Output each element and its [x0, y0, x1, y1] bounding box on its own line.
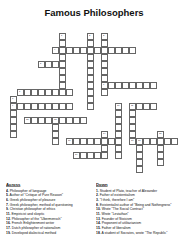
- grid-cell[interactable]: [87, 82, 94, 89]
- grid-cell[interactable]: [136, 145, 143, 152]
- grid-cell[interactable]: 19: [73, 152, 80, 159]
- grid-cell[interactable]: [150, 82, 157, 89]
- grid-cell[interactable]: [52, 61, 59, 68]
- grid-cell[interactable]: [115, 117, 122, 124]
- grid-cell[interactable]: [59, 75, 66, 82]
- clue-number: 12: [26, 118, 28, 120]
- grid-cell[interactable]: [31, 103, 38, 110]
- across-heading: Across: [6, 182, 94, 187]
- clue-number: 8: [12, 97, 13, 99]
- grid-cell[interactable]: [59, 47, 66, 54]
- clue-number: 1: [61, 34, 62, 36]
- grid-cell[interactable]: 2: [87, 33, 94, 40]
- grid-cell[interactable]: [157, 159, 164, 166]
- grid-cell[interactable]: 1: [59, 33, 66, 40]
- grid-cell[interactable]: [108, 82, 115, 89]
- grid-cell[interactable]: [101, 145, 108, 152]
- grid-cell[interactable]: [94, 152, 101, 159]
- grid-cell[interactable]: [52, 131, 59, 138]
- grid-cell[interactable]: [101, 54, 108, 61]
- grid-cell[interactable]: 14: [101, 131, 108, 138]
- grid-cell[interactable]: [101, 47, 108, 54]
- clue-number: 2: [89, 34, 90, 36]
- grid-cell[interactable]: 5: [38, 61, 45, 68]
- clue-number: 17: [131, 139, 133, 141]
- grid-cell[interactable]: 8: [10, 96, 17, 103]
- grid-cell[interactable]: [45, 61, 52, 68]
- grid-cell[interactable]: [136, 82, 143, 89]
- grid-cell[interactable]: [101, 152, 108, 159]
- grid-cell[interactable]: [129, 124, 136, 131]
- grid-cell[interactable]: [31, 89, 38, 96]
- grid-cell[interactable]: [87, 89, 94, 96]
- grid-cell[interactable]: [101, 138, 108, 145]
- grid-cell[interactable]: [52, 138, 59, 145]
- grid-cell[interactable]: [87, 54, 94, 61]
- grid-cell[interactable]: [59, 61, 66, 68]
- grid-cell[interactable]: [122, 47, 129, 54]
- grid-cell[interactable]: [129, 110, 136, 117]
- grid-cell[interactable]: 17: [129, 138, 136, 145]
- across-clue-list: 4. Philosopher of language5. Author of "…: [6, 188, 94, 234]
- grid-cell[interactable]: 15: [157, 131, 164, 138]
- grid-cell[interactable]: 6: [101, 82, 108, 89]
- grid-cell[interactable]: 9: [10, 103, 17, 110]
- clue-number: 6: [103, 83, 104, 85]
- grid-cell[interactable]: [87, 138, 94, 145]
- grid-cell[interactable]: [66, 89, 73, 96]
- grid-cell[interactable]: [17, 103, 24, 110]
- grid-cell[interactable]: 11: [129, 103, 136, 110]
- grid-cell[interactable]: [73, 47, 80, 54]
- clue-number: 4: [54, 48, 55, 50]
- clue-number: 9: [12, 104, 13, 106]
- grid-cell[interactable]: [31, 117, 38, 124]
- down-heading: Down: [96, 182, 184, 187]
- grid-cell[interactable]: [87, 68, 94, 75]
- grid-cell[interactable]: [38, 117, 45, 124]
- clue-number: 19: [75, 153, 77, 155]
- grid-cell[interactable]: [87, 96, 94, 103]
- clue-item: 19. Developed dialectical method: [6, 230, 94, 235]
- grid-cell[interactable]: [115, 110, 122, 117]
- grid-cell[interactable]: [150, 103, 157, 110]
- grid-cell[interactable]: [143, 138, 150, 145]
- grid-cell[interactable]: [101, 75, 108, 82]
- grid-cell[interactable]: [80, 117, 87, 124]
- grid-cell[interactable]: [10, 117, 17, 124]
- grid-cell[interactable]: [108, 138, 115, 145]
- grid-cell[interactable]: [94, 47, 101, 54]
- grid-cell[interactable]: [59, 54, 66, 61]
- clue-number: 16: [68, 139, 70, 141]
- grid-cell[interactable]: [59, 40, 66, 47]
- grid-cell[interactable]: [87, 40, 94, 47]
- clue-number: 11: [131, 104, 133, 106]
- grid-cell[interactable]: [87, 103, 94, 110]
- grid-cell[interactable]: 7: [17, 89, 24, 96]
- grid-cell[interactable]: [94, 138, 101, 145]
- grid-cell[interactable]: [136, 166, 143, 173]
- down-clues: Down 1. Student of Plato, teacher of Ale…: [96, 182, 184, 234]
- grid-cell[interactable]: [59, 68, 66, 75]
- crossword-grid[interactable]: 12345678910111213141516171819: [10, 33, 178, 173]
- clue-item: 18. A student of Socrates, wrote "The Re…: [96, 230, 184, 235]
- grid-cell[interactable]: [164, 138, 171, 145]
- grid-cell[interactable]: 3: [101, 33, 108, 40]
- clue-number: 13: [54, 118, 56, 120]
- clue-number: 18: [138, 139, 140, 141]
- grid-cell[interactable]: [136, 103, 143, 110]
- grid-cell[interactable]: [10, 110, 17, 117]
- page-title: Famous Philosophers: [0, 7, 188, 18]
- clue-number: 15: [159, 132, 161, 134]
- grid-cell[interactable]: [52, 103, 59, 110]
- grid-cell[interactable]: [59, 103, 66, 110]
- grid-cell[interactable]: [87, 152, 94, 159]
- grid-cell[interactable]: [10, 124, 17, 131]
- grid-cell[interactable]: [157, 152, 164, 159]
- grid-cell[interactable]: [87, 47, 94, 54]
- grid-cell[interactable]: [143, 82, 150, 89]
- grid-cell[interactable]: [66, 47, 73, 54]
- grid-cell[interactable]: [115, 138, 122, 145]
- grid-cell[interactable]: [52, 89, 59, 96]
- grid-cell[interactable]: [129, 117, 136, 124]
- grid-cell[interactable]: [101, 89, 108, 96]
- clue-number: 14: [103, 132, 105, 134]
- grid-cell[interactable]: [157, 145, 164, 152]
- grid-cell[interactable]: [115, 47, 122, 54]
- grid-cell[interactable]: [24, 89, 31, 96]
- grid-cell[interactable]: [24, 103, 31, 110]
- grid-cell[interactable]: [87, 75, 94, 82]
- grid-cell[interactable]: [59, 82, 66, 89]
- clue-number: 5: [40, 62, 41, 64]
- clue-number: 7: [19, 90, 20, 92]
- grid-cell[interactable]: [143, 103, 150, 110]
- grid-cell[interactable]: [101, 40, 108, 47]
- down-clue-list: 1. Student of Plato, teacher of Alexande…: [96, 188, 184, 234]
- grid-cell[interactable]: [45, 103, 52, 110]
- grid-cell[interactable]: [10, 131, 17, 138]
- grid-cell[interactable]: 16: [66, 138, 73, 145]
- clue-number: 3: [103, 34, 104, 36]
- grid-cell[interactable]: 12: [24, 117, 31, 124]
- grid-cell[interactable]: [73, 117, 80, 124]
- grid-cell[interactable]: [59, 117, 66, 124]
- grid-cell[interactable]: [66, 117, 73, 124]
- grid-cell[interactable]: [101, 61, 108, 68]
- grid-cell[interactable]: [129, 82, 136, 89]
- grid-cell[interactable]: [115, 145, 122, 152]
- grid-cell[interactable]: [45, 89, 52, 96]
- grid-cell[interactable]: [38, 89, 45, 96]
- grid-cell[interactable]: [129, 47, 136, 54]
- grid-cell[interactable]: [115, 131, 122, 138]
- grid-cell[interactable]: [136, 159, 143, 166]
- grid-cell[interactable]: [136, 152, 143, 159]
- clue-number: 10: [117, 104, 119, 106]
- grid-cell[interactable]: 4: [52, 47, 59, 54]
- grid-cell[interactable]: [52, 124, 59, 131]
- grid-cell[interactable]: [66, 103, 73, 110]
- grid-cell[interactable]: 10: [115, 103, 122, 110]
- grid-cell[interactable]: [38, 103, 45, 110]
- grid-cell[interactable]: [157, 138, 164, 145]
- grid-cell[interactable]: [129, 131, 136, 138]
- grid-cell[interactable]: [101, 68, 108, 75]
- grid-cell[interactable]: 13: [52, 117, 59, 124]
- grid-cell[interactable]: [45, 117, 52, 124]
- grid-cell[interactable]: [150, 138, 157, 145]
- grid-cell[interactable]: [115, 124, 122, 131]
- grid-cell[interactable]: [80, 152, 87, 159]
- grid-cell[interactable]: [115, 82, 122, 89]
- grid-cell[interactable]: [73, 138, 80, 145]
- grid-cell[interactable]: [171, 138, 178, 145]
- grid-cell[interactable]: [80, 138, 87, 145]
- grid-cell[interactable]: [122, 82, 129, 89]
- grid-cell[interactable]: [115, 152, 122, 159]
- grid-cell[interactable]: [108, 47, 115, 54]
- grid-cell[interactable]: 18: [136, 138, 143, 145]
- across-clues: Across 4. Philosopher of language5. Auth…: [6, 182, 94, 234]
- grid-cell[interactable]: [59, 89, 66, 96]
- grid-cell[interactable]: [87, 61, 94, 68]
- grid-cell[interactable]: [80, 47, 87, 54]
